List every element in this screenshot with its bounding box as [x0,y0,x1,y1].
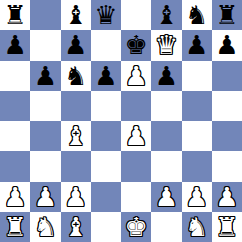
square-h3[interactable] [212,151,242,181]
square-c6[interactable]: ♞ [61,61,91,91]
square-c4[interactable]: ♝ [61,121,91,151]
black-pawn-piece: ♟ [185,30,208,60]
square-g3[interactable] [182,151,212,181]
square-c1[interactable]: ♝ [61,212,91,242]
square-d7[interactable] [91,30,121,60]
white-queen-piece: ♛ [155,30,178,60]
square-d6[interactable]: ♟ [91,61,121,91]
square-e2[interactable] [121,182,151,212]
square-e4[interactable]: ♟ [121,121,151,151]
square-e1[interactable]: ♚ [121,212,151,242]
square-h5[interactable] [212,91,242,121]
square-b3[interactable] [30,151,60,181]
square-a1[interactable]: ♜ [0,212,30,242]
white-pawn-piece: ♟ [185,182,208,212]
square-b6[interactable]: ♟ [30,61,60,91]
square-h2[interactable]: ♟ [212,182,242,212]
square-b5[interactable] [30,91,60,121]
black-bishop-piece: ♝ [155,0,178,30]
square-d1[interactable] [91,212,121,242]
square-f4[interactable] [151,121,181,151]
square-f8[interactable]: ♝ [151,0,181,30]
black-knight-piece: ♞ [64,61,87,91]
white-pawn-piece: ♟ [34,182,57,212]
square-a6[interactable] [0,61,30,91]
square-g7[interactable]: ♟ [182,30,212,60]
square-h7[interactable]: ♟ [212,30,242,60]
square-g6[interactable] [182,61,212,91]
black-pawn-piece: ♟ [155,61,178,91]
square-h1[interactable]: ♜ [212,212,242,242]
square-c2[interactable]: ♟ [61,182,91,212]
white-pawn-piece: ♟ [155,182,178,212]
black-queen-piece: ♛ [94,0,117,30]
white-rook-piece: ♜ [215,212,238,242]
square-h6[interactable] [212,61,242,91]
square-d2[interactable] [91,182,121,212]
black-pawn-piece: ♟ [64,30,87,60]
square-d3[interactable] [91,151,121,181]
square-a5[interactable] [0,91,30,121]
black-knight-piece: ♞ [185,0,208,30]
square-a8[interactable]: ♜ [0,0,30,30]
square-f2[interactable]: ♟ [151,182,181,212]
chess-board: ♜♝♛♝♞♜♟♟♚♛♟♟♟♞♟♟♟♝♟♟♟♟♟♟♟♜♞♝♚♞♜ [0,0,242,242]
square-c7[interactable]: ♟ [61,30,91,60]
white-pawn-piece: ♟ [124,121,147,151]
square-a4[interactable] [0,121,30,151]
square-e5[interactable] [121,91,151,121]
square-c5[interactable] [61,91,91,121]
square-h8[interactable]: ♜ [212,0,242,30]
black-pawn-piece: ♟ [215,30,238,60]
black-king-piece: ♚ [124,30,147,60]
square-e7[interactable]: ♚ [121,30,151,60]
square-f5[interactable] [151,91,181,121]
white-pawn-piece: ♟ [215,182,238,212]
white-knight-piece: ♞ [185,212,208,242]
white-pawn-piece: ♟ [124,61,147,91]
square-h4[interactable] [212,121,242,151]
square-c3[interactable] [61,151,91,181]
white-bishop-piece: ♝ [64,212,87,242]
black-rook-piece: ♜ [3,0,26,30]
square-g1[interactable]: ♞ [182,212,212,242]
square-g4[interactable] [182,121,212,151]
square-b4[interactable] [30,121,60,151]
square-b1[interactable]: ♞ [30,212,60,242]
square-d5[interactable] [91,91,121,121]
square-f6[interactable]: ♟ [151,61,181,91]
white-bishop-piece: ♝ [64,121,87,151]
square-a3[interactable] [0,151,30,181]
white-pawn-piece: ♟ [64,182,87,212]
square-c8[interactable]: ♝ [61,0,91,30]
square-e6[interactable]: ♟ [121,61,151,91]
black-pawn-piece: ♟ [94,61,117,91]
square-b2[interactable]: ♟ [30,182,60,212]
black-pawn-piece: ♟ [34,61,57,91]
white-pawn-piece: ♟ [3,182,26,212]
black-rook-piece: ♜ [215,0,238,30]
black-pawn-piece: ♟ [3,30,26,60]
square-e3[interactable] [121,151,151,181]
square-g2[interactable]: ♟ [182,182,212,212]
square-f1[interactable] [151,212,181,242]
square-f3[interactable] [151,151,181,181]
chess-board-container: ♜♝♛♝♞♜♟♟♚♛♟♟♟♞♟♟♟♝♟♟♟♟♟♟♟♜♞♝♚♞♜ [0,0,242,242]
square-e8[interactable] [121,0,151,30]
square-b8[interactable] [30,0,60,30]
white-king-piece: ♚ [124,212,147,242]
black-bishop-piece: ♝ [64,0,87,30]
square-f7[interactable]: ♛ [151,30,181,60]
square-d4[interactable] [91,121,121,151]
white-knight-piece: ♞ [34,212,57,242]
square-g5[interactable] [182,91,212,121]
square-a2[interactable]: ♟ [0,182,30,212]
square-a7[interactable]: ♟ [0,30,30,60]
square-d8[interactable]: ♛ [91,0,121,30]
white-rook-piece: ♜ [3,212,26,242]
square-b7[interactable] [30,30,60,60]
square-g8[interactable]: ♞ [182,0,212,30]
